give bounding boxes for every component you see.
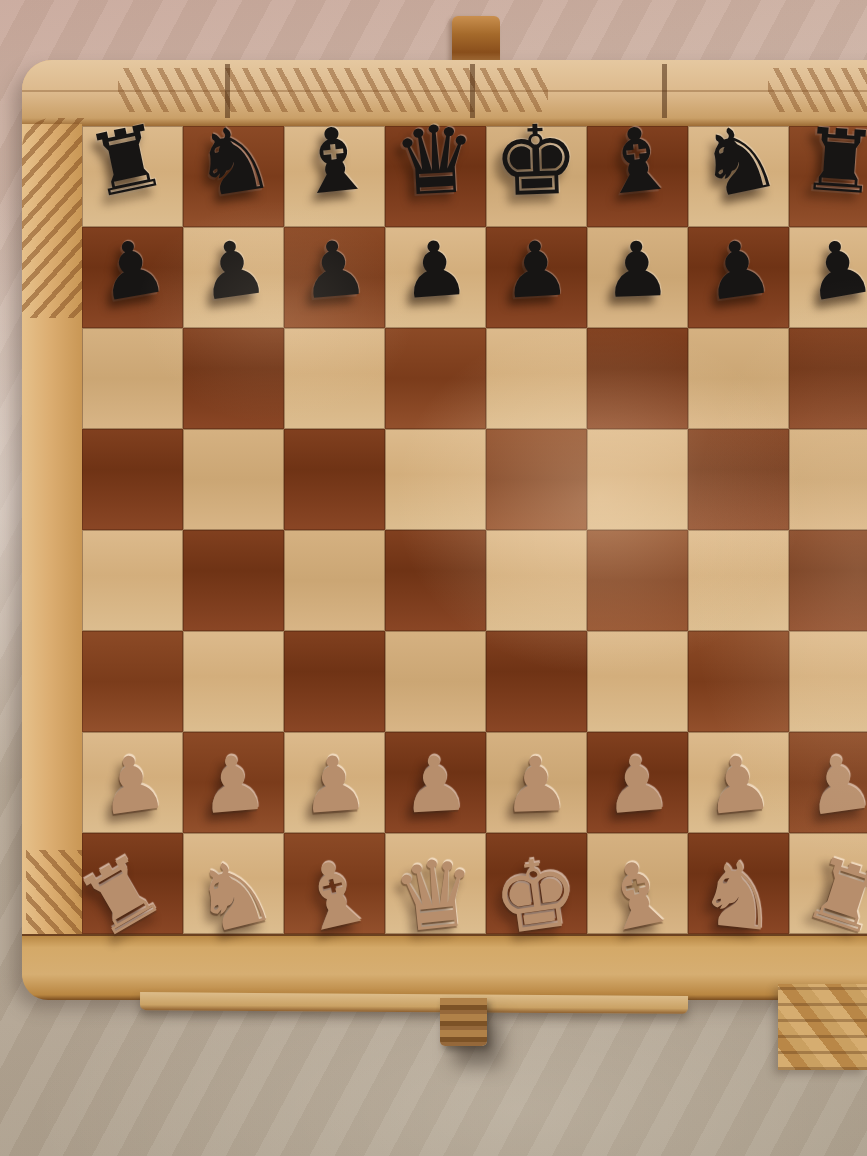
piece-black-rook[interactable]: ♜ [798,115,867,206]
square-g7[interactable]: ♟ [688,227,789,328]
square-d8[interactable]: ♛ [385,126,486,227]
square-f1[interactable]: ♝ [587,833,688,934]
square-b7[interactable]: ♟ [183,227,284,328]
box-clasp-tab-bottom[interactable] [440,998,487,1046]
piece-white-pawn[interactable]: ♟ [501,745,572,823]
piece-black-pawn[interactable]: ♟ [699,227,777,312]
square-e4[interactable] [486,530,587,631]
square-e3[interactable] [486,631,587,732]
square-c3[interactable] [284,631,385,732]
square-e8[interactable]: ♚ [486,126,587,227]
square-d5[interactable] [385,429,486,530]
square-h8[interactable]: ♜ [789,126,867,227]
square-g6[interactable] [688,328,789,429]
piece-white-bishop[interactable]: ♝ [286,844,383,947]
piece-black-pawn[interactable]: ♟ [799,226,867,313]
board-left-frame [22,124,82,936]
square-f3[interactable] [587,631,688,732]
square-g1[interactable]: ♞ [688,833,789,934]
square-d3[interactable] [385,631,486,732]
square-d4[interactable] [385,530,486,631]
square-h7[interactable]: ♟ [789,227,867,328]
square-b2[interactable]: ♟ [183,732,284,833]
piece-white-queen[interactable]: ♛ [389,844,483,946]
square-c6[interactable] [284,328,385,429]
piece-black-pawn[interactable]: ♟ [194,227,272,312]
square-e7[interactable]: ♟ [486,227,587,328]
square-c8[interactable]: ♝ [284,126,385,227]
piece-black-bishop[interactable]: ♝ [594,113,682,209]
square-a8[interactable]: ♜ [82,126,183,227]
square-e6[interactable] [486,328,587,429]
piece-white-pawn[interactable]: ♟ [701,743,777,826]
square-a3[interactable] [82,631,183,732]
piece-white-bishop[interactable]: ♝ [590,844,685,946]
square-h2[interactable]: ♟ [789,732,867,833]
piece-black-rook[interactable]: ♜ [80,110,173,210]
piece-white-pawn[interactable]: ♟ [600,744,675,826]
piece-black-knight[interactable]: ♞ [187,110,281,212]
piece-white-pawn[interactable]: ♟ [93,742,171,827]
piece-black-queen[interactable]: ♛ [391,111,480,209]
square-h1[interactable]: ♜ [789,833,867,934]
piece-white-pawn[interactable]: ♟ [800,742,867,827]
square-b3[interactable] [183,631,284,732]
square-e2[interactable]: ♟ [486,732,587,833]
inlay-corner-bottom-right [778,984,867,1070]
square-h6[interactable] [789,328,867,429]
piece-black-king[interactable]: ♚ [492,111,581,210]
piece-black-bishop[interactable]: ♝ [291,113,379,209]
square-e5[interactable] [486,429,587,530]
square-f2[interactable]: ♟ [587,732,688,833]
square-e1[interactable]: ♚ [486,833,587,934]
square-c1[interactable]: ♝ [284,833,385,934]
square-g3[interactable] [688,631,789,732]
square-a6[interactable] [82,328,183,429]
square-h4[interactable] [789,530,867,631]
piece-black-pawn[interactable]: ♟ [92,226,172,313]
square-f4[interactable] [587,530,688,631]
square-d6[interactable] [385,328,486,429]
box-front-under-edge [140,992,688,1014]
square-b1[interactable]: ♞ [183,833,284,934]
square-d7[interactable]: ♟ [385,227,486,328]
piece-white-knight[interactable]: ♞ [694,847,784,945]
piece-white-pawn[interactable]: ♟ [298,744,371,825]
piece-black-pawn[interactable]: ♟ [500,230,572,309]
square-d2[interactable]: ♟ [385,732,486,833]
square-b8[interactable]: ♞ [183,126,284,227]
piece-white-king[interactable]: ♚ [487,842,586,949]
square-f6[interactable] [587,328,688,429]
board-grid: ♜♞♝♛♚♝♞♜♟♟♟♟♟♟♟♟♟♟♟♟♟♟♟♟♜♞♝♛♚♝♞♜ [82,126,867,934]
square-c5[interactable] [284,429,385,530]
piece-white-pawn[interactable]: ♟ [399,745,471,824]
piece-white-rook[interactable]: ♜ [796,843,867,949]
piece-black-pawn[interactable]: ♟ [399,229,472,310]
square-c7[interactable]: ♟ [284,227,385,328]
square-c4[interactable] [284,530,385,631]
square-b5[interactable] [183,429,284,530]
square-a7[interactable]: ♟ [82,227,183,328]
square-b6[interactable] [183,328,284,429]
square-d1[interactable]: ♛ [385,833,486,934]
square-g5[interactable] [688,429,789,530]
square-f8[interactable]: ♝ [587,126,688,227]
square-a2[interactable]: ♟ [82,732,183,833]
piece-white-knight[interactable]: ♞ [183,842,283,949]
rail-seam [22,90,867,92]
square-f5[interactable] [587,429,688,530]
square-a4[interactable] [82,530,183,631]
photo-scene: ♜♞♝♛♚♝♞♜♟♟♟♟♟♟♟♟♟♟♟♟♟♟♟♟♜♞♝♛♚♝♞♜ [0,0,867,1156]
square-h5[interactable] [789,429,867,530]
square-g8[interactable]: ♞ [688,126,789,227]
piece-white-pawn[interactable]: ♟ [196,744,271,826]
square-c2[interactable]: ♟ [284,732,385,833]
square-b4[interactable] [183,530,284,631]
square-g4[interactable] [688,530,789,631]
square-a5[interactable] [82,429,183,530]
piece-black-pawn[interactable]: ♟ [297,229,372,311]
chess-board: ♜♞♝♛♚♝♞♜♟♟♟♟♟♟♟♟♟♟♟♟♟♟♟♟♜♞♝♛♚♝♞♜ [22,60,867,998]
square-h3[interactable] [789,631,867,732]
square-g2[interactable]: ♟ [688,732,789,833]
piece-black-pawn[interactable]: ♟ [602,230,673,308]
square-f7[interactable]: ♟ [587,227,688,328]
square-a1[interactable]: ♜ [82,833,183,934]
